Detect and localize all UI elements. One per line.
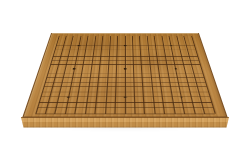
grid-line-horizontal [48, 73, 203, 74]
grid-line-horizontal [35, 113, 214, 114]
star-point [78, 45, 81, 46]
star-point [67, 96, 70, 98]
star-point [124, 96, 127, 98]
board-grid [35, 36, 214, 114]
star-point [174, 68, 177, 69]
star-point [180, 96, 183, 98]
grid-line-horizontal [37, 108, 213, 109]
grid-line-horizontal [46, 77, 204, 78]
star-point [124, 45, 126, 46]
board-perspective [0, 0, 250, 148]
go-board [22, 33, 228, 118]
board-photo-stage [0, 0, 250, 148]
star-point [124, 68, 127, 69]
grid-line-horizontal [42, 92, 208, 93]
grid-line-horizontal [39, 102, 212, 103]
grid-line-horizontal [45, 82, 205, 83]
star-point [170, 45, 173, 46]
grid-line-horizontal [43, 87, 206, 88]
star-point [73, 68, 76, 69]
